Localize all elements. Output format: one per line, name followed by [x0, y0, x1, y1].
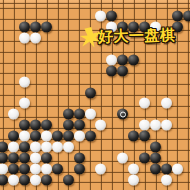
black-stone: [139, 152, 150, 163]
white-stone: [106, 54, 117, 65]
white-stone: [30, 152, 41, 163]
black-stone: [150, 152, 161, 163]
white-stone: [30, 163, 41, 174]
white-stone: [139, 120, 150, 131]
black-stone: [63, 131, 74, 142]
white-stone: [95, 163, 106, 174]
white-stone: [30, 142, 41, 153]
white-stone: [85, 109, 96, 120]
black-stone: [117, 54, 128, 65]
black-stone: [183, 11, 190, 22]
black-stone: [74, 163, 85, 174]
black-stone: [30, 120, 41, 131]
black-stone: [85, 87, 96, 98]
white-stone: [8, 142, 19, 153]
black-stone: [161, 163, 172, 174]
black-stone: [19, 142, 30, 153]
black-stone-last-move: [117, 109, 128, 120]
black-stone: [41, 174, 52, 185]
white-stone: [128, 163, 139, 174]
white-stone: [41, 163, 52, 174]
black-stone: [8, 131, 19, 142]
black-stone: [172, 11, 183, 22]
white-stone: [52, 142, 63, 153]
black-stone: [19, 174, 30, 185]
white-stone: [172, 163, 183, 174]
white-stone: [95, 120, 106, 131]
black-stone: [30, 22, 41, 33]
white-stone: [139, 98, 150, 109]
black-stone: [74, 152, 85, 163]
white-stone: [0, 163, 8, 174]
white-stone: [19, 33, 30, 44]
white-stone: [19, 76, 30, 87]
black-stone: [63, 120, 74, 131]
black-stone: [19, 22, 30, 33]
black-stone: [41, 22, 52, 33]
black-stone: [0, 152, 8, 163]
black-stone: [128, 54, 139, 65]
black-stone: [150, 142, 161, 153]
black-stone: [128, 131, 139, 142]
white-stone: [150, 120, 161, 131]
go-app-screen: 好大一盘棋: [0, 0, 190, 190]
white-stone: [8, 109, 19, 120]
black-stone: [63, 109, 74, 120]
black-stone: [117, 65, 128, 76]
white-stone: [161, 98, 172, 109]
black-stone: [30, 131, 41, 142]
black-stone: [19, 152, 30, 163]
black-stone: [106, 11, 117, 22]
white-stone: [128, 174, 139, 185]
white-stone: [19, 131, 30, 142]
white-stone: [30, 33, 41, 44]
black-stone: [41, 120, 52, 131]
black-stone: [85, 131, 96, 142]
black-stone: [8, 152, 19, 163]
black-stone: [8, 163, 19, 174]
black-stone: [52, 131, 63, 142]
white-stone: [161, 120, 172, 131]
white-stone: [30, 174, 41, 185]
black-stone: [74, 120, 85, 131]
white-stone: [95, 11, 106, 22]
black-stone: [106, 65, 117, 76]
black-stone: [63, 174, 74, 185]
black-stone: [19, 163, 30, 174]
white-stone: [41, 142, 52, 153]
white-stone: [8, 174, 19, 185]
white-stone: [63, 142, 74, 153]
black-stone: [0, 174, 8, 185]
white-stone: [117, 152, 128, 163]
black-stone: [0, 142, 8, 153]
white-stone: [41, 131, 52, 142]
black-stone: [139, 131, 150, 142]
exclamation-banner: 好大一盘棋: [80, 25, 176, 48]
white-stone: [74, 131, 85, 142]
white-stone: [161, 174, 172, 185]
black-stone: [74, 109, 85, 120]
black-stone: [52, 163, 63, 174]
black-stone: [19, 120, 30, 131]
white-stone: [19, 98, 30, 109]
black-stone: [41, 152, 52, 163]
black-stone: [150, 163, 161, 174]
banner-text: 好大一盘棋: [98, 26, 176, 47]
